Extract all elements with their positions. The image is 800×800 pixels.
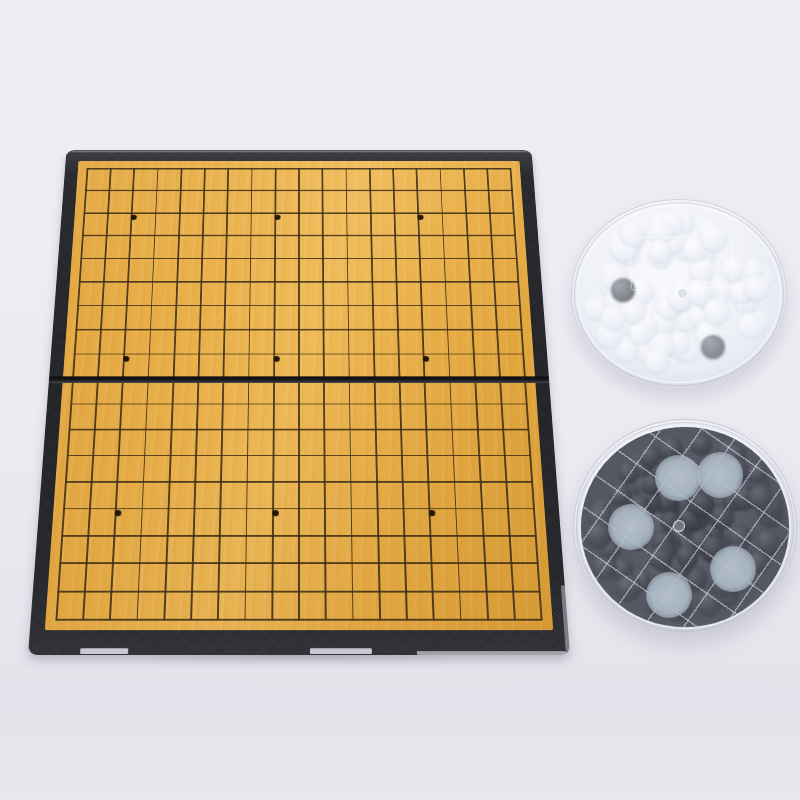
black-go-stone — [630, 495, 651, 516]
black-go-stone — [627, 529, 648, 550]
black-go-stone — [642, 474, 663, 495]
black-stones-container — [573, 419, 797, 635]
black-go-stone — [689, 491, 714, 516]
frame-bottom-edge-highlight — [417, 651, 567, 655]
black-go-stone — [672, 597, 692, 617]
frame-notch — [80, 648, 128, 654]
white-go-stone — [739, 312, 765, 338]
white-stones-container — [571, 199, 787, 389]
frame-notch — [310, 648, 372, 654]
black-go-stone — [726, 459, 750, 483]
grid-line-horizontal — [61, 535, 537, 536]
black-go-stone — [618, 462, 639, 483]
black-go-stone — [701, 335, 725, 359]
grid-line-horizontal — [55, 619, 542, 621]
grid-line-horizontal — [59, 563, 538, 564]
black-go-stone — [723, 543, 749, 569]
board-hinge — [49, 376, 549, 383]
grid-line-vertical — [298, 168, 300, 621]
black-go-stone — [640, 446, 661, 467]
grid-line-horizontal — [63, 508, 535, 509]
black-go-stone — [748, 485, 774, 511]
black-go-stone — [649, 546, 673, 570]
grid-line-horizontal — [57, 591, 540, 592]
black-go-stone — [676, 545, 698, 567]
black-go-stone — [611, 278, 635, 302]
white-go-stone — [645, 348, 669, 372]
black-go-stone — [659, 437, 684, 462]
go-board — [28, 150, 570, 655]
go-board-surface — [45, 161, 553, 630]
black-go-stone — [586, 522, 612, 548]
black-container-interior — [581, 427, 789, 627]
frame-top-highlight — [71, 151, 526, 152]
white-go-stone — [701, 225, 727, 251]
white-go-stone — [629, 322, 652, 345]
lid-center-hole — [673, 520, 685, 532]
black-go-stone — [712, 574, 735, 597]
black-go-stone — [748, 551, 769, 572]
black-go-stone — [756, 530, 780, 554]
white-go-stone — [704, 299, 730, 325]
grid-line-horizontal — [70, 403, 527, 404]
go-grid — [55, 168, 542, 621]
white-go-stone — [649, 240, 671, 262]
black-go-stone — [710, 505, 734, 529]
black-go-stone — [617, 575, 642, 600]
product-photo-scene — [0, 0, 800, 800]
grid-line-horizontal — [69, 429, 530, 430]
grid-line-horizontal — [65, 481, 533, 482]
grid-line-horizontal — [67, 455, 531, 456]
black-go-stone — [691, 434, 712, 455]
white-go-stone — [745, 276, 769, 300]
black-stones-layer — [581, 427, 789, 627]
white-go-stone — [601, 306, 625, 330]
